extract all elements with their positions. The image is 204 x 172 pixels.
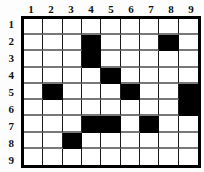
white-cell-r5c8[interactable] <box>159 84 178 100</box>
white-cell-r9c3[interactable] <box>63 149 82 165</box>
column-label-8: 8 <box>161 0 181 16</box>
white-cell-r6c2[interactable] <box>43 100 62 116</box>
white-cell-r3c8[interactable] <box>159 51 178 67</box>
white-cell-r5c1[interactable] <box>24 84 43 100</box>
white-cell-r2c1[interactable] <box>24 35 43 51</box>
white-cell-r3c2[interactable] <box>43 51 62 67</box>
white-cell-r5c3[interactable] <box>63 84 82 100</box>
white-cell-r3c7[interactable] <box>140 51 159 67</box>
white-cell-r3c3[interactable] <box>63 51 82 67</box>
black-cell-r4c5 <box>101 68 120 84</box>
white-cell-r8c2[interactable] <box>43 133 62 149</box>
white-cell-r8c7[interactable] <box>140 133 159 149</box>
white-cell-r7c8[interactable] <box>159 116 178 132</box>
white-cell-r6c8[interactable] <box>159 100 178 116</box>
white-cell-r9c5[interactable] <box>101 149 120 165</box>
black-cell-r2c4 <box>82 35 101 51</box>
white-cell-r3c5[interactable] <box>101 51 120 67</box>
white-cell-r4c7[interactable] <box>140 68 159 84</box>
column-label-3: 3 <box>61 0 81 16</box>
white-cell-r1c1[interactable] <box>24 19 43 35</box>
column-labels: 123456789 <box>21 0 201 16</box>
white-cell-r6c1[interactable] <box>24 100 43 116</box>
column-label-7: 7 <box>141 0 161 16</box>
white-cell-r4c2[interactable] <box>43 68 62 84</box>
white-cell-r5c5[interactable] <box>101 84 120 100</box>
white-cell-r1c2[interactable] <box>43 19 62 35</box>
white-cell-r3c9[interactable] <box>179 51 198 67</box>
white-cell-r6c6[interactable] <box>121 100 140 116</box>
white-cell-r4c9[interactable] <box>179 68 198 84</box>
white-cell-r2c3[interactable] <box>63 35 82 51</box>
white-cell-r9c4[interactable] <box>82 149 101 165</box>
row-label-8: 8 <box>0 134 19 151</box>
column-label-1: 1 <box>21 0 41 16</box>
black-cell-r7c7 <box>140 116 159 132</box>
white-cell-r7c2[interactable] <box>43 116 62 132</box>
black-cell-r5c9 <box>179 84 198 100</box>
column-label-5: 5 <box>101 0 121 16</box>
row-label-7: 7 <box>0 117 19 134</box>
white-cell-r8c8[interactable] <box>159 133 178 149</box>
black-cell-r3c4 <box>82 51 101 67</box>
white-cell-r8c1[interactable] <box>24 133 43 149</box>
white-cell-r8c9[interactable] <box>179 133 198 149</box>
white-cell-r6c7[interactable] <box>140 100 159 116</box>
white-cell-r6c4[interactable] <box>82 100 101 116</box>
white-cell-r7c9[interactable] <box>179 116 198 132</box>
white-cell-r6c5[interactable] <box>101 100 120 116</box>
white-cell-r1c6[interactable] <box>121 19 140 35</box>
white-cell-r9c2[interactable] <box>43 149 62 165</box>
white-cell-r5c4[interactable] <box>82 84 101 100</box>
white-cell-r2c7[interactable] <box>140 35 159 51</box>
white-cell-r4c1[interactable] <box>24 68 43 84</box>
white-cell-r2c9[interactable] <box>179 35 198 51</box>
white-cell-r2c2[interactable] <box>43 35 62 51</box>
row-label-6: 6 <box>0 100 19 117</box>
white-cell-r9c8[interactable] <box>159 149 178 165</box>
white-cell-r9c9[interactable] <box>179 149 198 165</box>
white-cell-r3c1[interactable] <box>24 51 43 67</box>
white-cell-r8c6[interactable] <box>121 133 140 149</box>
white-cell-r4c8[interactable] <box>159 68 178 84</box>
white-cell-r1c9[interactable] <box>179 19 198 35</box>
white-cell-r7c1[interactable] <box>24 116 43 132</box>
white-cell-r9c7[interactable] <box>140 149 159 165</box>
puzzle-screen: 123456789 123456789 <box>0 0 204 172</box>
white-cell-r8c5[interactable] <box>101 133 120 149</box>
black-cell-r2c8 <box>159 35 178 51</box>
row-labels: 123456789 <box>0 16 19 168</box>
white-cell-r2c6[interactable] <box>121 35 140 51</box>
white-cell-r7c3[interactable] <box>63 116 82 132</box>
column-label-2: 2 <box>41 0 61 16</box>
column-label-6: 6 <box>121 0 141 16</box>
row-label-3: 3 <box>0 50 19 67</box>
row-label-4: 4 <box>0 67 19 84</box>
white-cell-r8c4[interactable] <box>82 133 101 149</box>
column-label-4: 4 <box>81 0 101 16</box>
white-cell-r9c6[interactable] <box>121 149 140 165</box>
white-cell-r1c5[interactable] <box>101 19 120 35</box>
white-cell-r2c5[interactable] <box>101 35 120 51</box>
black-cell-r7c5 <box>101 116 120 132</box>
row-label-5: 5 <box>0 84 19 101</box>
black-cell-r7c4 <box>82 116 101 132</box>
white-cell-r4c3[interactable] <box>63 68 82 84</box>
row-label-2: 2 <box>0 33 19 50</box>
white-cell-r1c3[interactable] <box>63 19 82 35</box>
white-cell-r1c7[interactable] <box>140 19 159 35</box>
white-cell-r7c6[interactable] <box>121 116 140 132</box>
white-cell-r1c4[interactable] <box>82 19 101 35</box>
white-cell-r4c4[interactable] <box>82 68 101 84</box>
black-cell-r6c9 <box>179 100 198 116</box>
white-cell-r9c1[interactable] <box>24 149 43 165</box>
white-cell-r6c3[interactable] <box>63 100 82 116</box>
column-label-9: 9 <box>181 0 201 16</box>
black-cell-r5c2 <box>43 84 62 100</box>
white-cell-r1c8[interactable] <box>159 19 178 35</box>
black-cell-r8c3 <box>63 133 82 149</box>
white-cell-r5c7[interactable] <box>140 84 159 100</box>
white-cell-r4c6[interactable] <box>121 68 140 84</box>
puzzle-board <box>21 16 201 168</box>
white-cell-r3c6[interactable] <box>121 51 140 67</box>
row-label-9: 9 <box>0 151 19 168</box>
black-cell-r5c6 <box>121 84 140 100</box>
row-label-1: 1 <box>0 16 19 33</box>
